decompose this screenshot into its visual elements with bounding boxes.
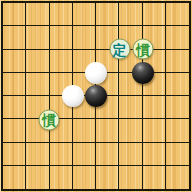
stone-white [85, 62, 107, 84]
stone-white [62, 85, 84, 107]
stone-black [85, 85, 107, 107]
move-label[interactable]: 慣 [39, 109, 60, 130]
move-label[interactable]: 定 [109, 39, 130, 60]
board-overlay: 定慣慣 [0, 0, 192, 192]
go-board[interactable]: 定慣慣 [0, 0, 192, 192]
move-label[interactable]: 慣 [133, 39, 154, 60]
stone-black [132, 62, 154, 84]
go-app-screen: 定慣慣 [0, 0, 192, 192]
